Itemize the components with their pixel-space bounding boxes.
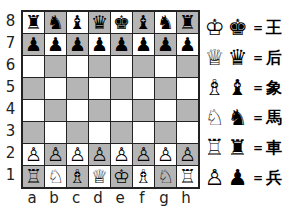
square-g3[interactable] [155, 122, 176, 143]
square-b1[interactable]: ♘ [45, 166, 66, 187]
black-pawn: ♟ [23, 34, 44, 55]
square-h7[interactable]: ♟ [177, 34, 198, 55]
square-a7[interactable]: ♟ [23, 34, 44, 55]
file-label-h: h [175, 189, 197, 207]
square-e4[interactable] [111, 100, 132, 121]
equals-sign: = [253, 21, 263, 35]
square-e5[interactable] [111, 78, 132, 99]
square-f7[interactable]: ♟ [133, 34, 154, 55]
rank-label-4: 4 [2, 98, 19, 120]
legend-row-king: ♔♚=王 [203, 13, 282, 43]
legend-label-king: 王 [266, 18, 282, 39]
square-c2[interactable]: ♙ [67, 144, 88, 165]
black-pawn-icon: ♟ [226, 164, 249, 192]
square-c5[interactable] [67, 78, 88, 99]
file-label-g: g [153, 189, 175, 207]
square-a1[interactable]: ♖ [23, 166, 44, 187]
rank-label-1: 1 [2, 164, 19, 186]
rank-label-2: 2 [2, 142, 19, 164]
white-queen: ♕ [89, 166, 110, 187]
white-bishop: ♗ [133, 166, 154, 187]
white-rook: ♖ [177, 166, 198, 187]
legend-label-queen: 后 [266, 48, 282, 69]
file-label-f: f [131, 189, 153, 207]
square-c6[interactable] [67, 56, 88, 77]
file-label-c: c [65, 189, 87, 207]
square-d6[interactable] [89, 56, 110, 77]
square-a4[interactable] [23, 100, 44, 121]
equals-sign: = [253, 51, 263, 65]
square-a2[interactable]: ♙ [23, 144, 44, 165]
rank-labels: 87654321 [2, 10, 19, 186]
square-c4[interactable] [67, 100, 88, 121]
white-pawn: ♙ [45, 144, 66, 165]
square-h4[interactable] [177, 100, 198, 121]
square-g8[interactable]: ♞ [155, 12, 176, 33]
white-pawn: ♙ [177, 144, 198, 165]
legend-row-pawn: ♙♟=兵 [203, 163, 282, 193]
black-rook-icon: ♜ [226, 134, 249, 162]
square-f1[interactable]: ♗ [133, 166, 154, 187]
square-g2[interactable]: ♙ [155, 144, 176, 165]
black-knight-icon: ♞ [226, 104, 249, 132]
square-e3[interactable] [111, 122, 132, 143]
square-g7[interactable]: ♟ [155, 34, 176, 55]
square-d3[interactable] [89, 122, 110, 143]
square-d5[interactable] [89, 78, 110, 99]
white-queen-icon: ♕ [203, 44, 226, 72]
legend-label-rook: 車 [266, 138, 282, 159]
square-d8[interactable]: ♛ [89, 12, 110, 33]
square-d4[interactable] [89, 100, 110, 121]
legend-row-knight: ♘♞=馬 [203, 103, 282, 133]
square-c1[interactable]: ♗ [67, 166, 88, 187]
legend-row-queen: ♕♛=后 [203, 43, 282, 73]
square-a3[interactable] [23, 122, 44, 143]
square-c7[interactable]: ♟ [67, 34, 88, 55]
white-king-icon: ♔ [203, 14, 226, 42]
square-b6[interactable] [45, 56, 66, 77]
black-pawn: ♟ [111, 34, 132, 55]
legend-row-bishop: ♗♝=象 [203, 73, 282, 103]
black-queen: ♛ [89, 12, 110, 33]
square-h6[interactable] [177, 56, 198, 77]
square-f6[interactable] [133, 56, 154, 77]
square-h1[interactable]: ♖ [177, 166, 198, 187]
equals-sign: = [253, 171, 263, 185]
equals-sign: = [253, 81, 263, 95]
black-pawn: ♟ [155, 34, 176, 55]
legend-row-rook: ♖♜=車 [203, 133, 282, 163]
white-king: ♔ [111, 166, 132, 187]
square-g6[interactable] [155, 56, 176, 77]
black-king: ♚ [111, 12, 132, 33]
square-b4[interactable] [45, 100, 66, 121]
square-d2[interactable]: ♙ [89, 144, 110, 165]
white-bishop-icon: ♗ [203, 74, 226, 102]
square-a6[interactable] [23, 56, 44, 77]
black-pawn: ♟ [177, 34, 198, 55]
square-d7[interactable]: ♟ [89, 34, 110, 55]
square-h3[interactable] [177, 122, 198, 143]
white-knight: ♘ [155, 166, 176, 187]
black-bishop-icon: ♝ [226, 74, 249, 102]
white-rook-icon: ♖ [203, 134, 226, 162]
square-f2[interactable]: ♙ [133, 144, 154, 165]
black-bishop: ♝ [133, 12, 154, 33]
square-c3[interactable] [67, 122, 88, 143]
square-g4[interactable] [155, 100, 176, 121]
white-knight-icon: ♘ [203, 104, 226, 132]
square-g1[interactable]: ♘ [155, 166, 176, 187]
square-f8[interactable]: ♝ [133, 12, 154, 33]
black-knight: ♞ [155, 12, 176, 33]
white-bishop: ♗ [67, 166, 88, 187]
equals-sign: = [253, 141, 263, 155]
white-rook: ♖ [23, 166, 44, 187]
white-pawn: ♙ [89, 144, 110, 165]
black-queen-icon: ♛ [226, 44, 249, 72]
square-h5[interactable] [177, 78, 198, 99]
square-e7[interactable]: ♟ [111, 34, 132, 55]
black-bishop: ♝ [67, 12, 88, 33]
rank-label-7: 7 [2, 32, 19, 54]
legend-label-knight: 馬 [266, 108, 282, 129]
rank-label-5: 5 [2, 76, 19, 98]
white-pawn: ♙ [23, 144, 44, 165]
piece-legend: ♔♚=王♕♛=后♗♝=象♘♞=馬♖♜=車♙♟=兵 [203, 13, 282, 193]
black-king-icon: ♚ [226, 14, 249, 42]
file-label-b: b [43, 189, 65, 207]
chess-board: ♜♞♝♛♚♝♞♜♟♟♟♟♟♟♟♟♙♙♙♙♙♙♙♙♖♘♗♕♔♗♘♖ [21, 10, 200, 189]
square-b7[interactable]: ♟ [45, 34, 66, 55]
square-a8[interactable]: ♜ [23, 12, 44, 33]
square-h8[interactable]: ♜ [177, 12, 198, 33]
square-f5[interactable] [133, 78, 154, 99]
black-knight: ♞ [45, 12, 66, 33]
white-knight: ♘ [45, 166, 66, 187]
file-label-e: e [109, 189, 131, 207]
white-pawn: ♙ [111, 144, 132, 165]
square-d1[interactable]: ♕ [89, 166, 110, 187]
rank-label-3: 3 [2, 120, 19, 142]
white-pawn: ♙ [67, 144, 88, 165]
black-pawn: ♟ [133, 34, 154, 55]
black-pawn: ♟ [89, 34, 110, 55]
square-g5[interactable] [155, 78, 176, 99]
file-label-d: d [87, 189, 109, 207]
square-b8[interactable]: ♞ [45, 12, 66, 33]
square-e6[interactable] [111, 56, 132, 77]
file-labels: abcdefgh [21, 189, 201, 207]
white-pawn: ♙ [133, 144, 154, 165]
square-b3[interactable] [45, 122, 66, 143]
white-pawn: ♙ [155, 144, 176, 165]
square-e1[interactable]: ♔ [111, 166, 132, 187]
black-pawn: ♟ [67, 34, 88, 55]
square-c8[interactable]: ♝ [67, 12, 88, 33]
white-pawn-icon: ♙ [203, 164, 226, 192]
rank-label-8: 8 [2, 10, 19, 32]
square-f4[interactable] [133, 100, 154, 121]
square-h2[interactable]: ♙ [177, 144, 198, 165]
black-pawn: ♟ [45, 34, 66, 55]
square-b2[interactable]: ♙ [45, 144, 66, 165]
legend-label-bishop: 象 [266, 78, 282, 99]
black-rook: ♜ [23, 12, 44, 33]
square-e8[interactable]: ♚ [111, 12, 132, 33]
equals-sign: = [253, 111, 263, 125]
square-f3[interactable] [133, 122, 154, 143]
black-rook: ♜ [177, 12, 198, 33]
rank-label-6: 6 [2, 54, 19, 76]
file-label-a: a [21, 189, 43, 207]
square-a5[interactable] [23, 78, 44, 99]
square-b5[interactable] [45, 78, 66, 99]
legend-label-pawn: 兵 [266, 168, 282, 189]
square-e2[interactable]: ♙ [111, 144, 132, 165]
